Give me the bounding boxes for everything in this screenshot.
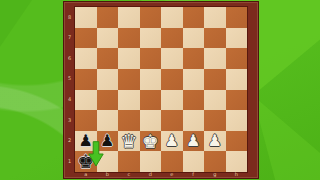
rank-label-4: 4: [64, 97, 75, 102]
square-f7[interactable]: [183, 28, 205, 49]
square-f8[interactable]: [183, 7, 205, 28]
square-a3[interactable]: [75, 110, 97, 131]
square-e5[interactable]: [161, 69, 183, 90]
square-b4[interactable]: [97, 90, 119, 111]
white-pawn: ♟: [208, 133, 222, 149]
square-g6[interactable]: [204, 48, 226, 69]
square-a2[interactable]: ♟: [75, 131, 97, 152]
square-g7[interactable]: [204, 28, 226, 49]
square-e3[interactable]: [161, 110, 183, 131]
video-frame: ♟♟♛♚♟♟♟♚ 87654321abcdefgh: [0, 0, 320, 180]
square-b3[interactable]: [97, 110, 119, 131]
file-label-f: f: [183, 172, 205, 178]
white-pawn: ♟: [165, 133, 179, 149]
square-e1[interactable]: [161, 151, 183, 172]
file-label-c: c: [118, 172, 140, 178]
square-e4[interactable]: [161, 90, 183, 111]
file-label-h: h: [226, 172, 248, 178]
file-label-e: e: [161, 172, 183, 178]
square-g8[interactable]: [204, 7, 226, 28]
square-h4[interactable]: [226, 90, 248, 111]
square-c6[interactable]: [118, 48, 140, 69]
file-label-b: b: [97, 172, 119, 178]
rank-label-5: 5: [64, 76, 75, 81]
rank-label-3: 3: [64, 118, 75, 123]
square-e6[interactable]: [161, 48, 183, 69]
square-d8[interactable]: [140, 7, 162, 28]
square-b2[interactable]: ♟: [97, 131, 119, 152]
square-c5[interactable]: [118, 69, 140, 90]
square-a4[interactable]: [75, 90, 97, 111]
square-b6[interactable]: [97, 48, 119, 69]
square-a8[interactable]: [75, 7, 97, 28]
square-g1[interactable]: [204, 151, 226, 172]
square-e2[interactable]: ♟: [161, 131, 183, 152]
square-g4[interactable]: [204, 90, 226, 111]
square-c7[interactable]: [118, 28, 140, 49]
square-g3[interactable]: [204, 110, 226, 131]
square-h2[interactable]: [226, 131, 248, 152]
square-d2[interactable]: ♚: [140, 131, 162, 152]
square-d4[interactable]: [140, 90, 162, 111]
file-label-g: g: [204, 172, 226, 178]
black-pawn: ♟: [100, 133, 114, 149]
square-h6[interactable]: [226, 48, 248, 69]
white-queen: ♛: [120, 132, 137, 151]
file-label-a: a: [75, 172, 97, 178]
square-f5[interactable]: [183, 69, 205, 90]
square-d5[interactable]: [140, 69, 162, 90]
square-h8[interactable]: [226, 7, 248, 28]
square-e7[interactable]: [161, 28, 183, 49]
square-h7[interactable]: [226, 28, 248, 49]
square-f4[interactable]: [183, 90, 205, 111]
square-b1[interactable]: [97, 151, 119, 172]
square-d6[interactable]: [140, 48, 162, 69]
black-pawn: ♟: [79, 133, 93, 149]
square-c8[interactable]: [118, 7, 140, 28]
square-f6[interactable]: [183, 48, 205, 69]
rank-label-7: 7: [64, 35, 75, 40]
square-h1[interactable]: [226, 151, 248, 172]
square-d7[interactable]: [140, 28, 162, 49]
board-grid: ♟♟♛♚♟♟♟♚: [75, 7, 247, 172]
square-h3[interactable]: [226, 110, 248, 131]
square-c1[interactable]: [118, 151, 140, 172]
white-pawn: ♟: [186, 133, 200, 149]
square-c3[interactable]: [118, 110, 140, 131]
square-d3[interactable]: [140, 110, 162, 131]
white-king: ♚: [142, 132, 159, 151]
square-b7[interactable]: [97, 28, 119, 49]
square-d1[interactable]: [140, 151, 162, 172]
square-e8[interactable]: [161, 7, 183, 28]
rank-label-2: 2: [64, 138, 75, 143]
square-a1[interactable]: ♚: [75, 151, 97, 172]
chess-board: ♟♟♛♚♟♟♟♚ 87654321abcdefgh: [64, 2, 258, 178]
square-f1[interactable]: [183, 151, 205, 172]
square-b5[interactable]: [97, 69, 119, 90]
rank-label-6: 6: [64, 56, 75, 61]
rank-label-8: 8: [64, 15, 75, 20]
square-a6[interactable]: [75, 48, 97, 69]
square-a7[interactable]: [75, 28, 97, 49]
rank-label-1: 1: [64, 159, 75, 164]
file-label-d: d: [140, 172, 162, 178]
square-g5[interactable]: [204, 69, 226, 90]
square-a5[interactable]: [75, 69, 97, 90]
square-f2[interactable]: ♟: [183, 131, 205, 152]
black-king: ♚: [77, 152, 94, 171]
square-b8[interactable]: [97, 7, 119, 28]
square-g2[interactable]: ♟: [204, 131, 226, 152]
square-h5[interactable]: [226, 69, 248, 90]
square-c4[interactable]: [118, 90, 140, 111]
square-f3[interactable]: [183, 110, 205, 131]
square-c2[interactable]: ♛: [118, 131, 140, 152]
